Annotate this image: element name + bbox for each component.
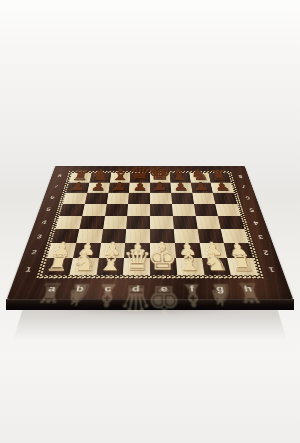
square-d7[interactable]: ♟♟ — [129, 182, 150, 192]
square-e4[interactable] — [150, 216, 174, 229]
square-h6[interactable] — [213, 193, 237, 204]
file-labels-bottom: abcdefgh — [35, 280, 264, 297]
chess-set-photo: ♜♜♞♞♝♝♛♛♚♚♝♝♞♞♜♜♟♟♟♟♟♟♟♟♟♟♟♟♟♟♟♟♟♟♟♟♟♟♟♟… — [0, 0, 300, 443]
square-a4[interactable] — [56, 216, 82, 229]
square-g4[interactable] — [195, 216, 221, 229]
coord-file-e: e — [150, 280, 179, 297]
coord-file-b: b — [64, 280, 95, 297]
square-b7[interactable]: ♟♟ — [87, 182, 109, 192]
square-g7[interactable]: ♟♟ — [190, 182, 212, 192]
piece-black-pawn[interactable]: ♟ — [193, 180, 211, 192]
square-g6[interactable] — [192, 193, 215, 204]
piece-white-knight[interactable]: ♞ — [201, 250, 231, 275]
coord-rank-8-left: 8 — [50, 171, 69, 181]
square-b6[interactable] — [85, 193, 108, 204]
coord-file-h: h — [232, 280, 264, 297]
square-h1[interactable]: ♜♜ — [227, 258, 258, 275]
piece-black-pawn[interactable]: ♟ — [173, 180, 190, 192]
square-e6[interactable] — [150, 193, 172, 204]
piece-white-bishop[interactable]: ♝ — [175, 249, 204, 275]
piece-black-pawn[interactable]: ♟ — [69, 180, 87, 192]
piece-white-rook[interactable]: ♜ — [44, 252, 73, 275]
square-f5[interactable] — [172, 204, 196, 216]
square-c5[interactable] — [105, 204, 129, 216]
square-c4[interactable] — [103, 216, 128, 229]
square-c6[interactable] — [106, 193, 129, 204]
square-e5[interactable] — [150, 204, 173, 216]
square-f7[interactable]: ♟♟ — [170, 182, 192, 192]
coord-rank-4-right: 4 — [245, 216, 268, 230]
coord-rank-7-right: 7 — [234, 181, 254, 192]
square-h4[interactable] — [218, 216, 244, 229]
square-g5[interactable] — [194, 204, 218, 216]
coord-rank-5-left: 5 — [37, 203, 59, 215]
square-h5[interactable] — [215, 204, 240, 216]
square-b1[interactable]: ♞♞ — [69, 258, 98, 275]
square-b5[interactable] — [82, 204, 106, 216]
square-a5[interactable] — [59, 204, 84, 216]
coord-file-g: g — [205, 280, 236, 297]
square-b4[interactable] — [79, 216, 105, 229]
coord-rank-5-right: 5 — [241, 203, 263, 215]
piece-black-pawn[interactable]: ♟ — [153, 180, 169, 192]
square-c7[interactable]: ♟♟ — [108, 182, 130, 192]
square-f1[interactable]: ♝♝ — [176, 258, 204, 275]
board-front-edge — [6, 299, 294, 310]
coord-rank-2-right: 2 — [253, 244, 279, 260]
square-a1[interactable]: ♜♜ — [42, 258, 73, 275]
coord-rank-8-right: 8 — [231, 171, 250, 181]
board-grid: ♜♜♞♞♝♝♛♛♚♚♝♝♞♞♜♜♟♟♟♟♟♟♟♟♟♟♟♟♟♟♟♟♟♟♟♟♟♟♟♟… — [42, 173, 258, 275]
square-d6[interactable] — [128, 193, 150, 204]
square-e1[interactable]: ♚♚ — [150, 258, 177, 275]
piece-black-pawn[interactable]: ♟ — [90, 180, 108, 192]
square-d5[interactable] — [127, 204, 150, 216]
square-h7[interactable]: ♟♟ — [211, 182, 234, 192]
chessboard-3d-wrapper: ♜♜♞♞♝♝♛♛♚♚♝♝♞♞♜♜♟♟♟♟♟♟♟♟♟♟♟♟♟♟♟♟♟♟♟♟♟♟♟♟… — [7, 166, 293, 299]
coord-file-c: c — [93, 280, 123, 297]
square-f4[interactable] — [173, 216, 198, 229]
coord-file-d: d — [121, 280, 150, 297]
coord-rank-6-left: 6 — [42, 192, 63, 204]
chessboard: ♜♜♞♞♝♝♛♛♚♚♝♝♞♞♜♜♟♟♟♟♟♟♟♟♟♟♟♟♟♟♟♟♟♟♟♟♟♟♟♟… — [7, 166, 293, 299]
coord-file-f: f — [177, 280, 207, 297]
square-e7[interactable]: ♟♟ — [150, 182, 171, 192]
coord-rank-7-left: 7 — [46, 181, 66, 192]
square-f6[interactable] — [171, 193, 194, 204]
square-a7[interactable]: ♟♟ — [66, 182, 89, 192]
square-d1[interactable]: ♛♛ — [123, 258, 150, 275]
square-c1[interactable]: ♝♝ — [96, 258, 124, 275]
piece-black-pawn[interactable]: ♟ — [111, 180, 128, 192]
piece-white-knight[interactable]: ♞ — [70, 250, 100, 275]
piece-black-pawn[interactable]: ♟ — [132, 180, 148, 192]
square-g1[interactable]: ♞♞ — [202, 258, 231, 275]
square-d4[interactable] — [126, 216, 150, 229]
dotted-inlay-border: ♜♜♞♞♝♝♛♛♚♚♝♝♞♞♜♜♟♟♟♟♟♟♟♟♟♟♟♟♟♟♟♟♟♟♟♟♟♟♟♟… — [36, 171, 263, 278]
board-floor-reflection — [12, 308, 288, 344]
coord-rank-1-right: 1 — [258, 261, 285, 279]
square-a6[interactable] — [63, 193, 87, 204]
coord-rank-6-right: 6 — [237, 192, 258, 204]
piece-black-pawn[interactable]: ♟ — [213, 180, 231, 192]
coord-rank-3-right: 3 — [249, 229, 273, 244]
coord-file-a: a — [35, 280, 67, 297]
